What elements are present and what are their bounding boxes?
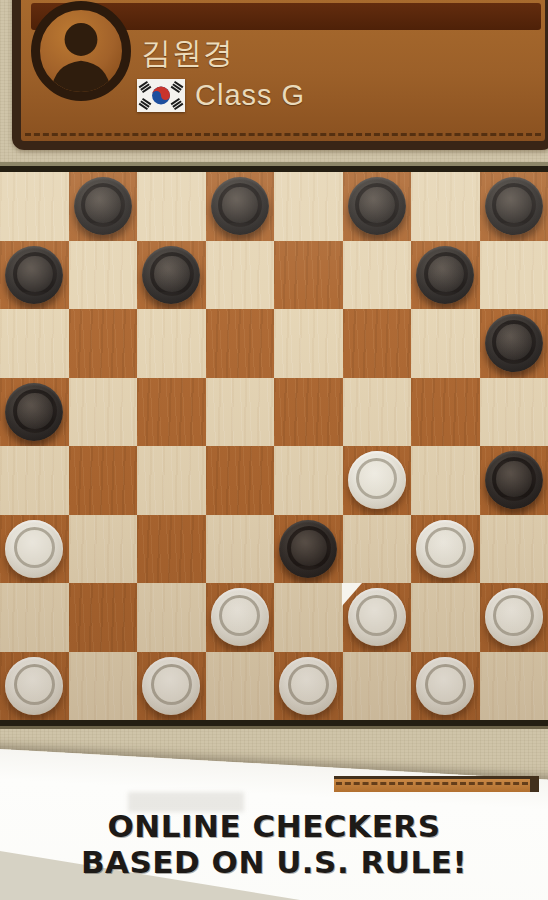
square-r6c5[interactable] (274, 515, 343, 584)
square-r1c3[interactable] (137, 172, 206, 241)
white-piece[interactable] (5, 520, 63, 578)
square-r3c1[interactable] (0, 309, 69, 378)
south-korea-flag-icon (137, 79, 185, 112)
square-r8c1[interactable] (0, 652, 69, 721)
square-r6c2[interactable] (69, 515, 138, 584)
square-r5c1[interactable] (0, 446, 69, 515)
square-r8c7[interactable] (411, 652, 480, 721)
checkers-app-screen: { "player_panel": { "name": "김원경", "clas… (0, 0, 548, 900)
square-r6c7[interactable] (411, 515, 480, 584)
black-piece[interactable] (5, 383, 63, 441)
board-top-frame (0, 162, 548, 172)
black-piece[interactable] (5, 246, 63, 304)
square-r7c3[interactable] (137, 583, 206, 652)
square-r1c4[interactable] (206, 172, 275, 241)
white-piece[interactable] (348, 588, 406, 646)
white-piece[interactable] (5, 657, 63, 715)
square-r5c6[interactable] (343, 446, 412, 515)
white-piece[interactable] (142, 657, 200, 715)
black-piece[interactable] (74, 177, 132, 235)
black-piece[interactable] (279, 520, 337, 578)
square-r2c7[interactable] (411, 241, 480, 310)
square-r6c4[interactable] (206, 515, 275, 584)
square-r8c8[interactable] (480, 652, 548, 721)
square-r3c6[interactable] (343, 309, 412, 378)
square-r1c8[interactable] (480, 172, 548, 241)
white-piece[interactable] (416, 520, 474, 578)
square-r4c4[interactable] (206, 378, 275, 447)
black-piece[interactable] (485, 177, 543, 235)
square-r3c7[interactable] (411, 309, 480, 378)
player-name: 김원경 (141, 33, 234, 74)
white-piece[interactable] (279, 657, 337, 715)
board-bottom-frame (0, 720, 548, 729)
checkers-board (0, 172, 548, 720)
panel-stitch-line (25, 133, 541, 136)
white-piece[interactable] (211, 588, 269, 646)
black-piece[interactable] (485, 314, 543, 372)
person-silhouette-icon (40, 10, 122, 92)
square-r4c8[interactable] (480, 378, 548, 447)
square-r1c6[interactable] (343, 172, 412, 241)
square-r5c2[interactable] (69, 446, 138, 515)
square-r5c7[interactable] (411, 446, 480, 515)
square-r4c3[interactable] (137, 378, 206, 447)
square-r7c4[interactable] (206, 583, 275, 652)
square-r8c6[interactable] (343, 652, 412, 721)
square-r6c8[interactable] (480, 515, 548, 584)
square-r2c4[interactable] (206, 241, 275, 310)
black-piece[interactable] (485, 451, 543, 509)
square-r1c5[interactable] (274, 172, 343, 241)
square-r5c8[interactable] (480, 446, 548, 515)
square-r7c8[interactable] (480, 583, 548, 652)
square-r8c3[interactable] (137, 652, 206, 721)
black-piece[interactable] (142, 246, 200, 304)
square-r2c5[interactable] (274, 241, 343, 310)
top-player-panel: 김원경 Class G (12, 0, 548, 150)
square-r7c7[interactable] (411, 583, 480, 652)
black-piece[interactable] (348, 177, 406, 235)
square-r3c4[interactable] (206, 309, 275, 378)
square-r1c7[interactable] (411, 172, 480, 241)
square-r6c3[interactable] (137, 515, 206, 584)
white-piece[interactable] (485, 588, 543, 646)
square-r3c8[interactable] (480, 309, 548, 378)
square-r6c1[interactable] (0, 515, 69, 584)
black-piece[interactable] (211, 177, 269, 235)
square-r5c5[interactable] (274, 446, 343, 515)
square-r4c1[interactable] (0, 378, 69, 447)
square-r3c3[interactable] (137, 309, 206, 378)
white-piece[interactable] (348, 451, 406, 509)
promo-text: ONLINE CHECKERS BASED ON U.S. RULE! (0, 808, 548, 880)
square-r2c2[interactable] (69, 241, 138, 310)
square-r2c3[interactable] (137, 241, 206, 310)
promo-line-2: BASED ON U.S. RULE! (0, 844, 548, 880)
square-r3c2[interactable] (69, 309, 138, 378)
square-r4c5[interactable] (274, 378, 343, 447)
square-r4c7[interactable] (411, 378, 480, 447)
black-piece[interactable] (416, 246, 474, 304)
square-r3c5[interactable] (274, 309, 343, 378)
square-r4c2[interactable] (69, 378, 138, 447)
square-r2c1[interactable] (0, 241, 69, 310)
square-r1c2[interactable] (69, 172, 138, 241)
promo-line-1: ONLINE CHECKERS (0, 808, 548, 844)
square-r5c4[interactable] (206, 446, 275, 515)
white-piece[interactable] (416, 657, 474, 715)
square-r4c6[interactable] (343, 378, 412, 447)
player-avatar (31, 1, 131, 101)
square-r5c3[interactable] (137, 446, 206, 515)
square-r8c5[interactable] (274, 652, 343, 721)
player-class-label: Class G (195, 79, 305, 112)
square-r8c4[interactable] (206, 652, 275, 721)
square-r2c6[interactable] (343, 241, 412, 310)
square-r1c1[interactable] (0, 172, 69, 241)
square-r7c1[interactable] (0, 583, 69, 652)
square-r7c2[interactable] (69, 583, 138, 652)
square-r8c2[interactable] (69, 652, 138, 721)
bottom-player-panel-edge (334, 776, 539, 792)
square-r6c6[interactable] (343, 515, 412, 584)
square-r2c8[interactable] (480, 241, 548, 310)
square-r7c5[interactable] (274, 583, 343, 652)
